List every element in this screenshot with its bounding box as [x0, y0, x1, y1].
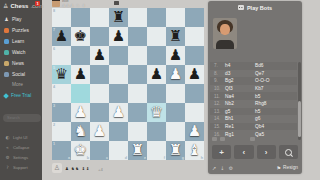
move-row: 11.Na4b5	[210, 92, 297, 100]
book-toggle-icon[interactable]	[220, 137, 225, 141]
square-b7[interactable]: ♚	[71, 27, 90, 46]
bot-avatar-face	[220, 24, 230, 35]
black-rook: ♜	[166, 27, 185, 46]
square-e7[interactable]	[128, 27, 147, 46]
panel-header: Play Bots	[208, 1, 302, 14]
sidebar-item-news[interactable]: News	[0, 58, 42, 69]
black-move[interactable]: Qe7	[255, 71, 264, 76]
square-c4[interactable]	[90, 84, 109, 103]
square-d3[interactable]: ♟	[109, 103, 128, 122]
square-a7[interactable]: 7♟	[52, 27, 71, 46]
square-c1[interactable]: c	[90, 141, 109, 160]
notification-badge[interactable]: 1	[35, 1, 40, 6]
sidebar-item-watch[interactable]: Watch	[0, 47, 42, 58]
square-d5[interactable]	[109, 65, 128, 84]
square-h8[interactable]	[185, 8, 204, 27]
square-e2[interactable]	[128, 122, 147, 141]
square-c6[interactable]: ♟	[90, 46, 109, 65]
rank-label: 5	[53, 66, 55, 70]
sidebar-footer-collapse[interactable]: «Collapse	[0, 142, 42, 152]
white-pawn: ♟	[166, 65, 185, 84]
move-number: 11.	[214, 94, 225, 99]
play-icon: ♟	[4, 17, 9, 22]
square-g8[interactable]	[166, 8, 185, 27]
sidebar: ♙ Chess.com 1 ♟PlayPuzzlesLearnWatchNews…	[0, 0, 42, 180]
move-row: 14.Bh1g6	[210, 115, 297, 123]
move-row: 12.Nb2Rhg8	[210, 100, 297, 108]
robot-icon	[238, 5, 244, 10]
sidebar-item-label: News	[12, 61, 24, 66]
white-pawn: ♟	[71, 103, 90, 122]
black-move[interactable]: Rhg8	[255, 101, 266, 106]
move-number: 15.	[214, 124, 225, 129]
file-label: b	[87, 156, 89, 160]
black-rook: ♜	[109, 8, 128, 27]
square-d8[interactable]: ♜	[109, 8, 128, 27]
rank-label: 7	[53, 28, 55, 32]
white-move[interactable]: d3	[225, 71, 255, 76]
chess-board: 8♜7♟♚♟♜6♟♟5♛♟♟♟♟43♟♟♛2♞♟♟1ab♚cde♜fg♜h♝	[52, 8, 204, 160]
move-list: 7.h4Bd68.d3Qe79.Bg2O-O-O10.Qf3Kb711.Na4b…	[210, 62, 297, 138]
file-label: f	[164, 156, 165, 160]
black-move[interactable]: Kb7	[255, 86, 264, 91]
top-player-avatar[interactable]	[52, 0, 60, 7]
collapse-icon: «	[5, 145, 10, 150]
sidebar-item-label: Play	[12, 17, 21, 22]
back-button[interactable]: ‹	[234, 145, 253, 159]
white-move[interactable]: Bg2	[225, 78, 255, 83]
white-move[interactable]: Re1	[225, 124, 255, 129]
square-e1[interactable]: e♜	[128, 141, 147, 160]
black-king: ♚	[71, 27, 90, 46]
white-move[interactable]: Na4	[225, 94, 255, 99]
move-row: 7.h4Bd6	[210, 62, 297, 70]
top-player-bar: Bot ♙♙♙ ♘ ♗	[52, 0, 204, 8]
bottom-player-bar: ♙ ♟ ♞♞ ♝♝ +4	[52, 162, 204, 176]
panel-footer: ↗ ↓ ⚙ ⚑ Resign	[212, 163, 298, 172]
square-g6[interactable]: ♟	[166, 46, 185, 65]
share-icon[interactable]: ↗	[212, 165, 216, 171]
square-g7[interactable]: ♜	[166, 27, 185, 46]
learn-icon	[4, 39, 9, 44]
square-f7[interactable]	[147, 27, 166, 46]
file-label: h	[201, 156, 203, 160]
file-label: g	[182, 156, 184, 160]
social-icon	[4, 72, 9, 77]
sidebar-search	[3, 105, 39, 123]
logo-text: Chess	[10, 3, 28, 9]
country-flag-icon	[114, 1, 119, 5]
square-d2[interactable]	[109, 122, 128, 141]
panel-tab-strip	[212, 136, 298, 142]
white-pawn: ♟	[109, 103, 128, 122]
add-button[interactable]: +	[212, 145, 231, 159]
chesscom-logo[interactable]: ♙ Chess.com 1	[0, 0, 42, 9]
move-row: 8.d3Qe7	[210, 70, 297, 78]
move-number: 12.	[214, 101, 225, 106]
flag-icon: ⚑	[277, 165, 281, 171]
bot-avatar-shirt	[216, 40, 234, 49]
move-row: 13.g5h5	[210, 108, 297, 116]
sidebar-item-more[interactable]: More	[0, 80, 42, 89]
square-a4[interactable]: 4	[52, 84, 71, 103]
square-d1[interactable]: d	[109, 141, 128, 160]
black-pawn: ♟	[185, 65, 204, 84]
square-a1[interactable]: 1a	[52, 141, 71, 160]
square-e6[interactable]	[128, 46, 147, 65]
square-g5[interactable]: ♟	[166, 65, 185, 84]
watch-icon	[4, 50, 9, 55]
sidebar-footer: ◐Light UI«Collapse⚙Settings?Support	[0, 132, 42, 172]
sidebar-footer-label: Light UI	[13, 135, 27, 140]
move-number: 13.	[214, 109, 225, 114]
square-g3[interactable]	[166, 103, 185, 122]
square-b4[interactable]	[71, 84, 90, 103]
move-number: 9.	[214, 78, 225, 83]
square-b1[interactable]: b♚	[71, 141, 90, 160]
square-c7[interactable]	[90, 27, 109, 46]
white-pawn: ♟	[185, 122, 204, 141]
white-knight: ♞	[71, 122, 90, 141]
move-number: 7.	[214, 63, 225, 68]
play-bots-panel: Play Bots 7.h4Bd68.d3Qe79.Bg2O-O-O10.Qf3…	[208, 1, 302, 174]
square-h7[interactable]	[185, 27, 204, 46]
square-f2[interactable]	[147, 122, 166, 141]
square-h4[interactable]	[185, 84, 204, 103]
square-h2[interactable]: ♟	[185, 122, 204, 141]
black-pawn: ♟	[109, 27, 128, 46]
search-input[interactable]	[3, 114, 41, 122]
sidebar-footer-support[interactable]: ?Support	[0, 162, 42, 172]
square-d7[interactable]: ♟	[109, 27, 128, 46]
square-g2[interactable]	[166, 122, 185, 141]
black-pawn: ♟	[90, 46, 109, 65]
square-c2[interactable]: ♟	[90, 122, 109, 141]
black-pawn: ♟	[71, 65, 90, 84]
sidebar-footer-label: Settings	[13, 155, 28, 160]
black-pawn: ♟	[147, 65, 166, 84]
rank-label: 3	[53, 104, 55, 108]
sidebar-item-label: Learn	[12, 39, 24, 44]
square-f4[interactable]	[147, 84, 166, 103]
square-b8[interactable]	[71, 8, 90, 27]
puzzles-icon	[4, 28, 9, 33]
pawn-logo-icon: ♙	[3, 2, 8, 9]
rank-label: 2	[53, 123, 55, 127]
rank-label: 8	[53, 9, 55, 13]
square-f3[interactable]: ♛	[147, 103, 166, 122]
square-a3[interactable]: 3	[52, 103, 71, 122]
square-b3[interactable]: ♟	[71, 103, 90, 122]
sidebar-item-play[interactable]: ♟Play	[0, 14, 42, 25]
game-controls: + ‹ ›	[212, 145, 298, 159]
hint-button[interactable]	[279, 145, 298, 159]
square-a8[interactable]: 8	[52, 8, 71, 27]
move-row: 15.Re1Qb4	[210, 123, 297, 131]
black-move[interactable]: h5	[255, 109, 260, 114]
move-list-scrollbar[interactable]	[298, 62, 301, 140]
square-e8[interactable]	[128, 8, 147, 27]
square-f1[interactable]: f	[147, 141, 166, 160]
sidebar-item-label: Social	[12, 72, 25, 77]
white-move[interactable]: Qf3	[225, 86, 255, 91]
sidebar-item-label: Watch	[12, 50, 25, 55]
square-a6[interactable]: 6	[52, 46, 71, 65]
black-move[interactable]: Bd6	[255, 63, 264, 68]
bottom-player-captured-pieces: ♟ ♞♞ ♝♝	[65, 166, 90, 171]
square-g1[interactable]: g♜	[166, 141, 185, 160]
rank-label: 1	[53, 142, 55, 146]
square-e3[interactable]	[128, 103, 147, 122]
square-h3[interactable]	[185, 103, 204, 122]
magnifier-icon	[285, 149, 292, 156]
diamond-icon	[3, 93, 9, 99]
theme-icon: ◐	[5, 135, 10, 140]
square-h1[interactable]: h♝	[185, 141, 204, 160]
move-number: 14.	[214, 116, 225, 121]
square-h5[interactable]: ♟	[185, 65, 204, 84]
sidebar-item-free-trial[interactable]: Free Trial	[0, 89, 42, 102]
sidebar-item-learn[interactable]: Learn	[0, 36, 42, 47]
black-move[interactable]: b5	[255, 94, 260, 99]
bot-avatar[interactable]	[213, 18, 237, 49]
sidebar-footer-settings[interactable]: ⚙Settings	[0, 152, 42, 162]
move-number: 8.	[214, 71, 225, 76]
help-icon: ?	[5, 165, 10, 170]
white-move[interactable]: h4	[225, 63, 255, 68]
square-h6[interactable]	[185, 46, 204, 65]
rank-label: 4	[53, 85, 55, 89]
move-number: 10.	[214, 86, 225, 91]
scrollbar-thumb[interactable]	[298, 101, 301, 137]
sidebar-footer-light-ui[interactable]: ◐Light UI	[0, 132, 42, 142]
chat-icon[interactable]	[250, 137, 255, 141]
bottom-player-avatar[interactable]: ♙	[52, 163, 62, 173]
black-move[interactable]: g6	[255, 116, 260, 121]
sidebar-menu: ♟PlayPuzzlesLearnWatchNewsSocial	[0, 14, 42, 80]
sidebar-item-social[interactable]: Social	[0, 69, 42, 80]
sidebar-footer-label: Support	[13, 165, 28, 170]
download-icon[interactable]: ↓	[220, 165, 224, 171]
resign-button[interactable]: ⚑ Resign	[277, 165, 298, 171]
square-c3[interactable]	[90, 103, 109, 122]
white-queen: ♛	[147, 103, 166, 122]
file-label: e	[144, 156, 146, 160]
square-f6[interactable]	[147, 46, 166, 65]
square-e5[interactable]	[128, 65, 147, 84]
sidebar-item-puzzles[interactable]: Puzzles	[0, 25, 42, 36]
square-a5[interactable]: 5♛	[52, 65, 71, 84]
file-label: d	[125, 156, 127, 160]
sidebar-item-label: Puzzles	[12, 28, 29, 33]
square-f8[interactable]	[147, 8, 166, 27]
gear-icon: ⚙	[5, 155, 10, 160]
square-b5[interactable]: ♟	[71, 65, 90, 84]
square-c8[interactable]	[90, 8, 109, 27]
square-c5[interactable]	[90, 65, 109, 84]
square-e4[interactable]	[128, 84, 147, 103]
square-d6[interactable]	[109, 46, 128, 65]
material-advantage: +4	[98, 167, 103, 172]
square-b2[interactable]: ♞	[71, 122, 90, 141]
engine-toggle-icon[interactable]	[212, 137, 217, 141]
black-move[interactable]: O-O-O	[255, 78, 269, 83]
white-pawn: ♟	[90, 122, 109, 141]
white-move[interactable]: Bh1	[225, 116, 255, 121]
panel-title: Play Bots	[247, 5, 272, 11]
white-move[interactable]: g5	[225, 109, 255, 114]
rank-label: 6	[53, 47, 55, 51]
forward-button[interactable]: ›	[257, 145, 276, 159]
square-b6[interactable]	[71, 46, 90, 65]
square-d4[interactable]	[109, 84, 128, 103]
file-label: c	[106, 156, 108, 160]
move-row: 10.Qf3Kb7	[210, 85, 297, 93]
black-move[interactable]: Qb4	[255, 124, 264, 129]
square-a2[interactable]: 2	[52, 122, 71, 141]
square-f5[interactable]: ♟	[147, 65, 166, 84]
sidebar-footer-label: Collapse	[13, 145, 29, 150]
white-move[interactable]: Nb2	[225, 101, 255, 106]
black-pawn: ♟	[166, 46, 185, 65]
move-row: 9.Bg2O-O-O	[210, 77, 297, 85]
square-g4[interactable]	[166, 84, 185, 103]
gear-icon[interactable]: ⚙	[228, 165, 232, 171]
file-label: a	[68, 156, 70, 160]
news-icon	[4, 61, 9, 66]
